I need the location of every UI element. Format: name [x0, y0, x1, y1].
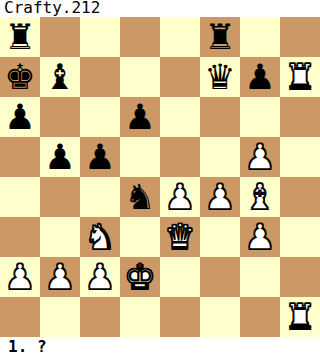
- piece-white-pawn[interactable]: ♟: [240, 137, 280, 177]
- piece-black-rook[interactable]: ♜: [0, 17, 40, 57]
- piece-black-king[interactable]: ♚: [0, 57, 40, 97]
- square-h4[interactable]: [280, 177, 320, 217]
- square-b6[interactable]: [40, 97, 80, 137]
- square-e6[interactable]: [160, 97, 200, 137]
- square-f6[interactable]: [200, 97, 240, 137]
- square-e8[interactable]: [160, 17, 200, 57]
- square-c7[interactable]: [80, 57, 120, 97]
- square-g5[interactable]: ♟: [240, 137, 280, 177]
- move-prompt: 1. ?: [8, 338, 47, 360]
- square-c3[interactable]: ♞: [80, 217, 120, 257]
- square-f7[interactable]: ♛: [200, 57, 240, 97]
- square-c1[interactable]: [80, 297, 120, 337]
- square-d6[interactable]: ♟: [120, 97, 160, 137]
- square-d1[interactable]: [120, 297, 160, 337]
- square-g2[interactable]: [240, 257, 280, 297]
- piece-white-queen[interactable]: ♛: [160, 217, 200, 257]
- square-b8[interactable]: [40, 17, 80, 57]
- square-d2[interactable]: ♚: [120, 257, 160, 297]
- square-f5[interactable]: [200, 137, 240, 177]
- square-a1[interactable]: [0, 297, 40, 337]
- square-f2[interactable]: [200, 257, 240, 297]
- square-g3[interactable]: ♟: [240, 217, 280, 257]
- square-d4[interactable]: ♞: [120, 177, 160, 217]
- piece-white-pawn[interactable]: ♟: [80, 257, 120, 297]
- square-h1[interactable]: ♜: [280, 297, 320, 337]
- square-g4[interactable]: ♝: [240, 177, 280, 217]
- square-c4[interactable]: [80, 177, 120, 217]
- square-b5[interactable]: ♟: [40, 137, 80, 177]
- piece-white-bishop[interactable]: ♝: [240, 177, 280, 217]
- square-d7[interactable]: [120, 57, 160, 97]
- piece-white-pawn[interactable]: ♟: [0, 257, 40, 297]
- square-f3[interactable]: [200, 217, 240, 257]
- square-h8[interactable]: [280, 17, 320, 57]
- square-f1[interactable]: [200, 297, 240, 337]
- square-c8[interactable]: [80, 17, 120, 57]
- piece-black-pawn[interactable]: ♟: [240, 57, 280, 97]
- square-b3[interactable]: [40, 217, 80, 257]
- square-e1[interactable]: [160, 297, 200, 337]
- square-b7[interactable]: ♝: [40, 57, 80, 97]
- piece-black-pawn[interactable]: ♟: [40, 137, 80, 177]
- piece-black-knight[interactable]: ♞: [120, 177, 160, 217]
- square-a5[interactable]: [0, 137, 40, 177]
- piece-black-queen[interactable]: ♛: [200, 57, 240, 97]
- square-c2[interactable]: ♟: [80, 257, 120, 297]
- square-g1[interactable]: [240, 297, 280, 337]
- square-a4[interactable]: [0, 177, 40, 217]
- piece-black-pawn[interactable]: ♟: [0, 97, 40, 137]
- square-f8[interactable]: ♜: [200, 17, 240, 57]
- square-g7[interactable]: ♟: [240, 57, 280, 97]
- square-d8[interactable]: [120, 17, 160, 57]
- square-e2[interactable]: [160, 257, 200, 297]
- square-h2[interactable]: [280, 257, 320, 297]
- square-b1[interactable]: [40, 297, 80, 337]
- square-d5[interactable]: [120, 137, 160, 177]
- square-f4[interactable]: ♟: [200, 177, 240, 217]
- piece-white-pawn[interactable]: ♟: [40, 257, 80, 297]
- square-b2[interactable]: ♟: [40, 257, 80, 297]
- piece-white-pawn[interactable]: ♟: [240, 217, 280, 257]
- chess-board: ♜♜♚♝♛♟♜♟♟♟♟♟♞♟♟♝♞♛♟♟♟♟♚♜: [0, 17, 320, 337]
- piece-white-rook[interactable]: ♜: [280, 297, 320, 337]
- square-e5[interactable]: [160, 137, 200, 177]
- piece-white-knight[interactable]: ♞: [80, 217, 120, 257]
- piece-black-pawn[interactable]: ♟: [120, 97, 160, 137]
- square-a6[interactable]: ♟: [0, 97, 40, 137]
- square-h3[interactable]: [280, 217, 320, 257]
- square-c5[interactable]: ♟: [80, 137, 120, 177]
- square-e7[interactable]: [160, 57, 200, 97]
- square-g6[interactable]: [240, 97, 280, 137]
- piece-white-pawn[interactable]: ♟: [200, 177, 240, 217]
- square-c6[interactable]: [80, 97, 120, 137]
- square-a3[interactable]: [0, 217, 40, 257]
- square-d3[interactable]: [120, 217, 160, 257]
- square-h6[interactable]: [280, 97, 320, 137]
- square-b4[interactable]: [40, 177, 80, 217]
- square-h7[interactable]: ♜: [280, 57, 320, 97]
- square-g8[interactable]: [240, 17, 280, 57]
- piece-black-pawn[interactable]: ♟: [80, 137, 120, 177]
- window-title: Crafty.212: [4, 0, 100, 17]
- piece-black-rook[interactable]: ♜: [200, 17, 240, 57]
- square-a7[interactable]: ♚: [0, 57, 40, 97]
- square-a8[interactable]: ♜: [0, 17, 40, 57]
- square-e4[interactable]: ♟: [160, 177, 200, 217]
- square-e3[interactable]: ♛: [160, 217, 200, 257]
- square-a2[interactable]: ♟: [0, 257, 40, 297]
- piece-white-king[interactable]: ♚: [120, 257, 160, 297]
- piece-black-bishop[interactable]: ♝: [40, 57, 80, 97]
- square-h5[interactable]: [280, 137, 320, 177]
- piece-white-pawn[interactable]: ♟: [160, 177, 200, 217]
- piece-white-rook[interactable]: ♜: [280, 57, 320, 97]
